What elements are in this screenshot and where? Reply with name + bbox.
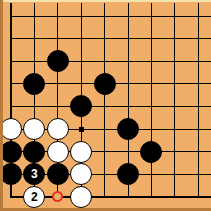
grid-line-vertical	[104, 3, 105, 198]
white-stone	[47, 141, 69, 163]
stone-move-number: 3	[31, 168, 38, 180]
grid-line-horizontal	[10, 61, 211, 62]
black-stone	[47, 50, 69, 72]
grid-line-vertical	[174, 3, 175, 198]
grid-line-horizontal	[10, 38, 211, 39]
white-stone	[47, 118, 69, 140]
stone-move-number: 2	[31, 191, 38, 203]
black-stone	[23, 141, 45, 163]
star-point	[79, 127, 84, 132]
frame-shadow-bottom	[0, 208, 211, 211]
white-stone	[0, 118, 22, 140]
go-diagram: 32	[0, 0, 211, 211]
grid-line-horizontal	[10, 16, 211, 17]
grid-line-vertical	[198, 3, 199, 198]
black-stone	[0, 141, 22, 163]
black-stone	[117, 118, 139, 140]
grid-line-vertical	[151, 3, 152, 198]
white-stone	[70, 186, 92, 208]
black-stone	[140, 141, 162, 163]
frame-shadow-left	[0, 0, 3, 211]
frame-highlight-top	[0, 0, 211, 2]
grid-line-horizontal	[10, 106, 211, 107]
black-stone	[47, 163, 69, 185]
black-stone	[94, 73, 116, 95]
white-stone	[70, 141, 92, 163]
